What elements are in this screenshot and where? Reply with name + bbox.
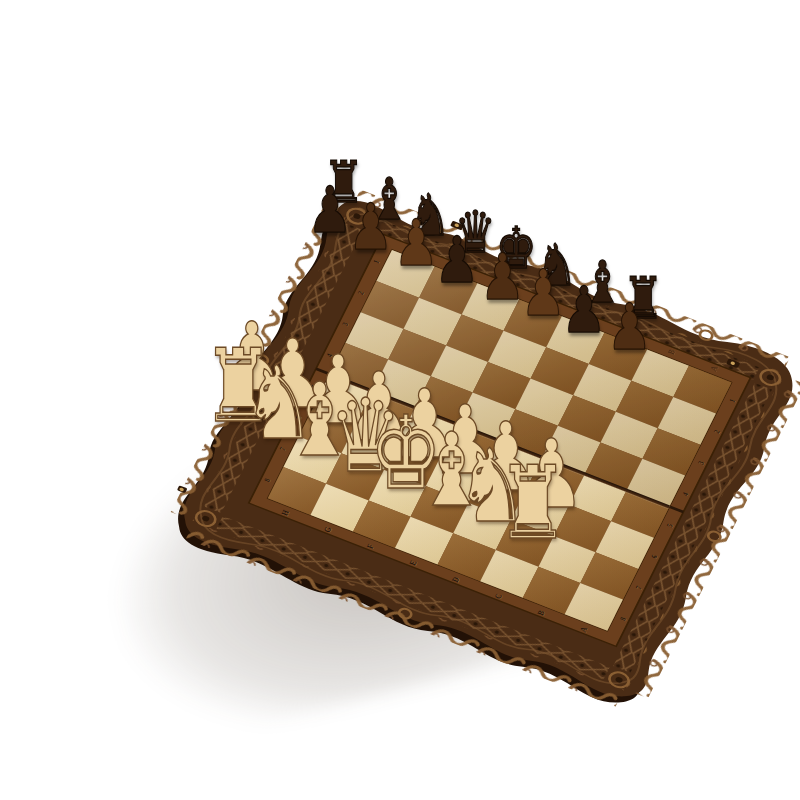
- black-pawn-on-f2[interactable]: ♟: [393, 212, 439, 276]
- black-pawn-on-e2[interactable]: ♟: [434, 229, 480, 293]
- black-pawn-on-h2[interactable]: ♟: [307, 179, 353, 243]
- black-pawn-on-a2[interactable]: ♟: [607, 295, 653, 359]
- white-rook-on-a8[interactable]: ♜: [496, 452, 569, 553]
- product-photo-stage: HGFEDCBAHGFEDCBA1234567812345678 ♜♝♞♛♚♞♝…: [0, 0, 800, 800]
- black-pawn-on-g2[interactable]: ♟: [348, 195, 394, 259]
- black-pawn-on-c2[interactable]: ♟: [520, 262, 566, 326]
- black-pawn-on-d2[interactable]: ♟: [480, 245, 526, 309]
- black-pawn-on-b2[interactable]: ♟: [561, 279, 607, 343]
